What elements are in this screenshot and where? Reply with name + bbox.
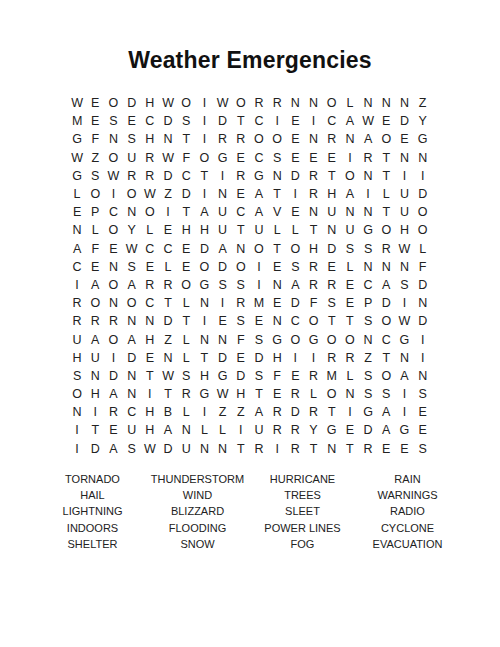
- grid-cell[interactable]: U: [395, 203, 413, 221]
- grid-cell[interactable]: R: [104, 312, 122, 330]
- grid-cell[interactable]: M: [68, 112, 86, 130]
- grid-cell[interactable]: T: [232, 112, 250, 130]
- grid-cell[interactable]: D: [414, 312, 432, 330]
- grid-cell[interactable]: W: [159, 94, 177, 112]
- grid-cell[interactable]: S: [232, 312, 250, 330]
- grid-cell[interactable]: R: [123, 167, 141, 185]
- grid-cell[interactable]: S: [86, 167, 104, 185]
- grid-cell[interactable]: N: [359, 167, 377, 185]
- grid-cell[interactable]: S: [250, 330, 268, 348]
- grid-cell[interactable]: O: [104, 276, 122, 294]
- grid-cell[interactable]: I: [395, 167, 413, 185]
- grid-cell[interactable]: T: [141, 367, 159, 385]
- grid-cell[interactable]: U: [177, 440, 195, 458]
- grid-cell[interactable]: C: [250, 149, 268, 167]
- grid-cell[interactable]: N: [304, 203, 322, 221]
- grid-cell[interactable]: C: [177, 167, 195, 185]
- grid-cell[interactable]: O: [86, 185, 104, 203]
- grid-cell[interactable]: I: [68, 421, 86, 439]
- grid-cell[interactable]: S: [377, 385, 395, 403]
- grid-cell[interactable]: O: [377, 221, 395, 239]
- grid-cell[interactable]: E: [123, 112, 141, 130]
- grid-cell[interactable]: T: [159, 385, 177, 403]
- grid-cell[interactable]: C: [141, 240, 159, 258]
- grid-cell[interactable]: N: [123, 203, 141, 221]
- grid-cell[interactable]: I: [195, 112, 213, 130]
- grid-cell[interactable]: C: [359, 276, 377, 294]
- grid-cell[interactable]: I: [195, 185, 213, 203]
- grid-cell[interactable]: N: [323, 221, 341, 239]
- grid-cell[interactable]: F: [86, 240, 104, 258]
- grid-cell[interactable]: L: [286, 221, 304, 239]
- grid-cell[interactable]: D: [232, 367, 250, 385]
- grid-cell[interactable]: N: [214, 330, 232, 348]
- grid-cell[interactable]: P: [86, 203, 104, 221]
- grid-cell[interactable]: I: [304, 349, 322, 367]
- grid-cell[interactable]: F: [414, 258, 432, 276]
- grid-cell[interactable]: L: [177, 403, 195, 421]
- grid-cell[interactable]: D: [195, 240, 213, 258]
- grid-cell[interactable]: S: [232, 276, 250, 294]
- grid-cell[interactable]: T: [86, 421, 104, 439]
- grid-cell[interactable]: N: [214, 185, 232, 203]
- grid-cell[interactable]: N: [195, 440, 213, 458]
- grid-cell[interactable]: R: [104, 403, 122, 421]
- grid-cell[interactable]: I: [286, 349, 304, 367]
- grid-cell[interactable]: Z: [159, 330, 177, 348]
- grid-cell[interactable]: N: [395, 94, 413, 112]
- grid-cell[interactable]: I: [341, 403, 359, 421]
- grid-cell[interactable]: R: [304, 403, 322, 421]
- grid-cell[interactable]: N: [141, 312, 159, 330]
- grid-cell[interactable]: R: [141, 167, 159, 185]
- grid-cell[interactable]: N: [68, 403, 86, 421]
- grid-cell[interactable]: R: [323, 276, 341, 294]
- grid-cell[interactable]: N: [286, 94, 304, 112]
- grid-cell[interactable]: S: [123, 130, 141, 148]
- grid-cell[interactable]: U: [341, 221, 359, 239]
- grid-cell[interactable]: G: [359, 403, 377, 421]
- grid-cell[interactable]: A: [377, 403, 395, 421]
- grid-cell[interactable]: R: [304, 167, 322, 185]
- grid-cell[interactable]: D: [323, 240, 341, 258]
- grid-cell[interactable]: H: [323, 185, 341, 203]
- grid-cell[interactable]: E: [304, 149, 322, 167]
- grid-cell[interactable]: Z: [159, 185, 177, 203]
- grid-cell[interactable]: I: [304, 112, 322, 130]
- grid-cell[interactable]: O: [123, 294, 141, 312]
- grid-cell[interactable]: N: [268, 312, 286, 330]
- grid-cell[interactable]: H: [141, 330, 159, 348]
- grid-cell[interactable]: R: [323, 349, 341, 367]
- grid-cell[interactable]: Z: [214, 403, 232, 421]
- grid-cell[interactable]: Y: [414, 112, 432, 130]
- grid-cell[interactable]: L: [341, 258, 359, 276]
- grid-cell[interactable]: R: [214, 130, 232, 148]
- grid-cell[interactable]: G: [268, 330, 286, 348]
- grid-cell[interactable]: O: [304, 312, 322, 330]
- grid-cell[interactable]: E: [323, 149, 341, 167]
- grid-cell[interactable]: O: [414, 221, 432, 239]
- grid-cell[interactable]: A: [195, 203, 213, 221]
- grid-cell[interactable]: A: [286, 276, 304, 294]
- grid-cell[interactable]: N: [123, 367, 141, 385]
- grid-cell[interactable]: L: [177, 294, 195, 312]
- grid-cell[interactable]: E: [68, 203, 86, 221]
- grid-cell[interactable]: L: [414, 240, 432, 258]
- grid-cell[interactable]: R: [68, 294, 86, 312]
- grid-cell[interactable]: D: [159, 167, 177, 185]
- grid-cell[interactable]: E: [286, 130, 304, 148]
- grid-cell[interactable]: R: [141, 276, 159, 294]
- grid-cell[interactable]: B: [159, 403, 177, 421]
- grid-cell[interactable]: L: [268, 221, 286, 239]
- grid-cell[interactable]: I: [104, 349, 122, 367]
- grid-cell[interactable]: T: [250, 385, 268, 403]
- grid-cell[interactable]: I: [268, 440, 286, 458]
- grid-cell[interactable]: S: [341, 240, 359, 258]
- grid-cell[interactable]: R: [304, 276, 322, 294]
- grid-cell[interactable]: S: [250, 367, 268, 385]
- grid-cell[interactable]: W: [214, 94, 232, 112]
- grid-cell[interactable]: T: [232, 440, 250, 458]
- grid-cell[interactable]: D: [214, 349, 232, 367]
- grid-cell[interactable]: T: [323, 403, 341, 421]
- grid-cell[interactable]: C: [250, 112, 268, 130]
- grid-cell[interactable]: W: [104, 167, 122, 185]
- grid-cell[interactable]: G: [250, 167, 268, 185]
- grid-cell[interactable]: N: [104, 294, 122, 312]
- grid-cell[interactable]: I: [195, 403, 213, 421]
- grid-cell[interactable]: T: [341, 440, 359, 458]
- grid-cell[interactable]: S: [359, 240, 377, 258]
- grid-cell[interactable]: N: [304, 130, 322, 148]
- grid-cell[interactable]: H: [195, 221, 213, 239]
- grid-cell[interactable]: R: [159, 276, 177, 294]
- grid-cell[interactable]: N: [359, 94, 377, 112]
- grid-cell[interactable]: I: [268, 112, 286, 130]
- grid-cell[interactable]: E: [414, 421, 432, 439]
- grid-cell[interactable]: W: [68, 149, 86, 167]
- grid-cell[interactable]: R: [86, 312, 104, 330]
- grid-cell[interactable]: S: [395, 276, 413, 294]
- grid-cell[interactable]: A: [68, 240, 86, 258]
- grid-cell[interactable]: D: [359, 421, 377, 439]
- grid-cell[interactable]: C: [159, 240, 177, 258]
- grid-cell[interactable]: F: [268, 367, 286, 385]
- grid-cell[interactable]: E: [232, 149, 250, 167]
- grid-cell[interactable]: F: [232, 330, 250, 348]
- grid-cell[interactable]: S: [359, 367, 377, 385]
- grid-cell[interactable]: M: [250, 294, 268, 312]
- grid-cell[interactable]: A: [250, 185, 268, 203]
- grid-cell[interactable]: N: [323, 440, 341, 458]
- grid-cell[interactable]: I: [414, 349, 432, 367]
- grid-cell[interactable]: A: [123, 276, 141, 294]
- grid-cell[interactable]: U: [250, 221, 268, 239]
- grid-cell[interactable]: E: [214, 312, 232, 330]
- grid-cell[interactable]: N: [268, 276, 286, 294]
- grid-cell[interactable]: U: [123, 149, 141, 167]
- grid-cell[interactable]: R: [304, 258, 322, 276]
- grid-cell[interactable]: I: [195, 94, 213, 112]
- grid-cell[interactable]: S: [123, 258, 141, 276]
- grid-cell[interactable]: C: [377, 330, 395, 348]
- grid-cell[interactable]: T: [195, 167, 213, 185]
- grid-cell[interactable]: O: [323, 385, 341, 403]
- grid-cell[interactable]: I: [68, 276, 86, 294]
- grid-cell[interactable]: E: [268, 294, 286, 312]
- grid-cell[interactable]: C: [323, 112, 341, 130]
- grid-cell[interactable]: I: [286, 185, 304, 203]
- grid-cell[interactable]: N: [268, 167, 286, 185]
- grid-cell[interactable]: E: [141, 258, 159, 276]
- grid-cell[interactable]: G: [68, 167, 86, 185]
- grid-cell[interactable]: H: [304, 240, 322, 258]
- grid-cell[interactable]: I: [214, 167, 232, 185]
- grid-cell[interactable]: O: [250, 130, 268, 148]
- grid-cell[interactable]: E: [159, 221, 177, 239]
- grid-cell[interactable]: O: [232, 94, 250, 112]
- grid-cell[interactable]: F: [304, 294, 322, 312]
- grid-cell[interactable]: E: [86, 94, 104, 112]
- grid-cell[interactable]: A: [104, 440, 122, 458]
- grid-cell[interactable]: L: [214, 421, 232, 439]
- grid-cell[interactable]: L: [86, 221, 104, 239]
- grid-cell[interactable]: I: [141, 385, 159, 403]
- grid-cell[interactable]: W: [68, 94, 86, 112]
- grid-cell[interactable]: G: [214, 149, 232, 167]
- grid-cell[interactable]: O: [195, 149, 213, 167]
- grid-cell[interactable]: H: [232, 385, 250, 403]
- grid-cell[interactable]: N: [195, 294, 213, 312]
- grid-cell[interactable]: N: [359, 258, 377, 276]
- grid-cell[interactable]: Z: [232, 403, 250, 421]
- grid-cell[interactable]: A: [86, 330, 104, 348]
- grid-cell[interactable]: L: [195, 421, 213, 439]
- grid-cell[interactable]: T: [232, 221, 250, 239]
- grid-cell[interactable]: D: [414, 185, 432, 203]
- grid-cell[interactable]: O: [104, 149, 122, 167]
- grid-cell[interactable]: O: [177, 94, 195, 112]
- grid-cell[interactable]: O: [104, 94, 122, 112]
- grid-cell[interactable]: W: [159, 367, 177, 385]
- grid-cell[interactable]: A: [341, 185, 359, 203]
- grid-cell[interactable]: F: [177, 149, 195, 167]
- grid-cell[interactable]: A: [341, 112, 359, 130]
- grid-cell[interactable]: N: [104, 258, 122, 276]
- grid-cell[interactable]: L: [177, 349, 195, 367]
- grid-cell[interactable]: N: [395, 258, 413, 276]
- grid-cell[interactable]: D: [214, 258, 232, 276]
- grid-cell[interactable]: E: [395, 440, 413, 458]
- grid-cell[interactable]: W: [123, 240, 141, 258]
- grid-cell[interactable]: L: [341, 367, 359, 385]
- grid-cell[interactable]: N: [341, 203, 359, 221]
- grid-cell[interactable]: H: [177, 221, 195, 239]
- grid-cell[interactable]: I: [395, 294, 413, 312]
- grid-cell[interactable]: S: [286, 258, 304, 276]
- grid-cell[interactable]: N: [104, 130, 122, 148]
- grid-cell[interactable]: N: [359, 330, 377, 348]
- grid-cell[interactable]: N: [123, 312, 141, 330]
- grid-cell[interactable]: S: [268, 149, 286, 167]
- grid-cell[interactable]: E: [414, 403, 432, 421]
- grid-cell[interactable]: E: [395, 130, 413, 148]
- grid-cell[interactable]: R: [323, 130, 341, 148]
- grid-cell[interactable]: N: [86, 367, 104, 385]
- grid-cell[interactable]: Z: [359, 349, 377, 367]
- grid-cell[interactable]: I: [232, 421, 250, 439]
- grid-cell[interactable]: O: [141, 203, 159, 221]
- grid-cell[interactable]: D: [286, 403, 304, 421]
- grid-cell[interactable]: D: [177, 185, 195, 203]
- grid-cell[interactable]: L: [141, 221, 159, 239]
- grid-cell[interactable]: R: [177, 385, 195, 403]
- grid-cell[interactable]: N: [177, 421, 195, 439]
- grid-cell[interactable]: T: [195, 349, 213, 367]
- grid-cell[interactable]: R: [286, 440, 304, 458]
- grid-cell[interactable]: E: [104, 421, 122, 439]
- grid-cell[interactable]: C: [68, 258, 86, 276]
- grid-cell[interactable]: A: [104, 385, 122, 403]
- grid-cell[interactable]: I: [86, 403, 104, 421]
- grid-cell[interactable]: E: [232, 185, 250, 203]
- grid-cell[interactable]: D: [377, 294, 395, 312]
- grid-cell[interactable]: I: [104, 185, 122, 203]
- grid-cell[interactable]: O: [323, 330, 341, 348]
- grid-cell[interactable]: R: [377, 240, 395, 258]
- grid-cell[interactable]: E: [323, 258, 341, 276]
- grid-cell[interactable]: W: [359, 112, 377, 130]
- grid-cell[interactable]: N: [414, 294, 432, 312]
- grid-cell[interactable]: Y: [123, 221, 141, 239]
- grid-cell[interactable]: T: [341, 312, 359, 330]
- grid-cell[interactable]: E: [141, 349, 159, 367]
- grid-cell[interactable]: N: [123, 385, 141, 403]
- grid-cell[interactable]: I: [395, 385, 413, 403]
- grid-cell[interactable]: R: [359, 440, 377, 458]
- grid-cell[interactable]: Y: [304, 421, 322, 439]
- grid-cell[interactable]: W: [159, 149, 177, 167]
- grid-cell[interactable]: T: [159, 294, 177, 312]
- grid-cell[interactable]: O: [377, 312, 395, 330]
- grid-cell[interactable]: C: [123, 403, 141, 421]
- grid-cell[interactable]: I: [341, 149, 359, 167]
- grid-cell[interactable]: D: [395, 112, 413, 130]
- grid-cell[interactable]: N: [341, 385, 359, 403]
- grid-cell[interactable]: E: [341, 294, 359, 312]
- grid-cell[interactable]: R: [304, 185, 322, 203]
- grid-cell[interactable]: R: [232, 167, 250, 185]
- grid-cell[interactable]: A: [395, 367, 413, 385]
- grid-cell[interactable]: E: [286, 203, 304, 221]
- grid-cell[interactable]: D: [286, 294, 304, 312]
- grid-cell[interactable]: O: [104, 221, 122, 239]
- grid-cell[interactable]: Z: [414, 94, 432, 112]
- grid-cell[interactable]: H: [68, 349, 86, 367]
- grid-cell[interactable]: T: [177, 312, 195, 330]
- grid-cell[interactable]: H: [141, 403, 159, 421]
- grid-cell[interactable]: E: [286, 112, 304, 130]
- grid-cell[interactable]: G: [195, 385, 213, 403]
- grid-cell[interactable]: W: [141, 185, 159, 203]
- grid-cell[interactable]: O: [104, 330, 122, 348]
- grid-cell[interactable]: C: [141, 294, 159, 312]
- grid-cell[interactable]: E: [286, 149, 304, 167]
- grid-cell[interactable]: T: [268, 185, 286, 203]
- grid-cell[interactable]: I: [68, 440, 86, 458]
- grid-cell[interactable]: R: [268, 403, 286, 421]
- grid-cell[interactable]: T: [304, 440, 322, 458]
- grid-cell[interactable]: G: [323, 421, 341, 439]
- grid-cell[interactable]: L: [68, 185, 86, 203]
- grid-cell[interactable]: D: [104, 367, 122, 385]
- grid-cell[interactable]: N: [232, 240, 250, 258]
- grid-cell[interactable]: H: [395, 221, 413, 239]
- grid-cell[interactable]: R: [268, 94, 286, 112]
- grid-cell[interactable]: N: [414, 367, 432, 385]
- grid-cell[interactable]: F: [86, 130, 104, 148]
- grid-cell[interactable]: H: [141, 421, 159, 439]
- grid-cell[interactable]: H: [86, 385, 104, 403]
- grid-cell[interactable]: L: [177, 330, 195, 348]
- grid-cell[interactable]: E: [177, 240, 195, 258]
- grid-cell[interactable]: A: [377, 276, 395, 294]
- grid-cell[interactable]: R: [250, 440, 268, 458]
- grid-cell[interactable]: D: [123, 94, 141, 112]
- grid-cell[interactable]: E: [86, 258, 104, 276]
- grid-cell[interactable]: O: [177, 276, 195, 294]
- grid-cell[interactable]: G: [68, 130, 86, 148]
- grid-cell[interactable]: T: [323, 167, 341, 185]
- grid-cell[interactable]: V: [268, 203, 286, 221]
- grid-cell[interactable]: S: [323, 294, 341, 312]
- grid-cell[interactable]: R: [341, 349, 359, 367]
- grid-cell[interactable]: S: [214, 276, 232, 294]
- grid-cell[interactable]: G: [414, 130, 432, 148]
- grid-cell[interactable]: D: [286, 167, 304, 185]
- grid-cell[interactable]: G: [395, 421, 413, 439]
- grid-cell[interactable]: A: [214, 240, 232, 258]
- grid-cell[interactable]: T: [177, 130, 195, 148]
- grid-cell[interactable]: T: [377, 203, 395, 221]
- grid-cell[interactable]: A: [123, 330, 141, 348]
- grid-cell[interactable]: O: [341, 167, 359, 185]
- grid-cell[interactable]: O: [286, 240, 304, 258]
- grid-cell[interactable]: D: [250, 349, 268, 367]
- grid-cell[interactable]: U: [250, 421, 268, 439]
- grid-cell[interactable]: S: [104, 112, 122, 130]
- grid-cell[interactable]: E: [232, 349, 250, 367]
- grid-cell[interactable]: C: [232, 203, 250, 221]
- grid-cell[interactable]: O: [323, 94, 341, 112]
- grid-cell[interactable]: S: [68, 367, 86, 385]
- grid-cell[interactable]: E: [377, 112, 395, 130]
- grid-cell[interactable]: R: [304, 367, 322, 385]
- grid-cell[interactable]: G: [359, 221, 377, 239]
- grid-cell[interactable]: I: [250, 258, 268, 276]
- grid-cell[interactable]: W: [395, 240, 413, 258]
- grid-cell[interactable]: A: [159, 421, 177, 439]
- grid-cell[interactable]: N: [214, 440, 232, 458]
- grid-cell[interactable]: W: [395, 312, 413, 330]
- grid-cell[interactable]: T: [377, 167, 395, 185]
- grid-cell[interactable]: O: [286, 330, 304, 348]
- grid-cell[interactable]: S: [177, 367, 195, 385]
- grid-cell[interactable]: N: [377, 258, 395, 276]
- grid-cell[interactable]: N: [377, 94, 395, 112]
